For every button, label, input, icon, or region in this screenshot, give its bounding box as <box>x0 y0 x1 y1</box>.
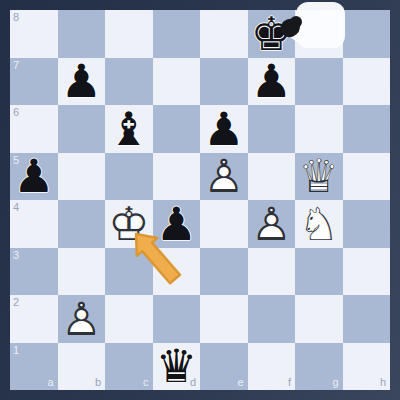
piece-ink: ♟ <box>58 58 106 106</box>
black-pawn[interactable]: ♟ <box>58 58 106 106</box>
piece-ink: ♛ <box>153 343 201 391</box>
rank-label-4: 4 <box>13 202 19 213</box>
black-pawn[interactable]: ♟ <box>200 105 248 153</box>
square-h5[interactable] <box>343 153 391 201</box>
square-h3[interactable] <box>343 248 391 296</box>
piece-ink: ♟ <box>10 153 58 201</box>
square-c4[interactable]: ♚♔ <box>105 200 153 248</box>
square-g2[interactable] <box>295 295 343 343</box>
black-pawn[interactable]: ♟ <box>153 200 201 248</box>
square-e3[interactable] <box>200 248 248 296</box>
square-d3[interactable] <box>153 248 201 296</box>
file-label-f: f <box>288 377 291 388</box>
square-h8[interactable] <box>343 10 391 58</box>
square-f7[interactable]: ♟ <box>248 58 296 106</box>
square-g5[interactable]: ♛♕ <box>295 153 343 201</box>
rank-label-3: 3 <box>13 250 19 261</box>
black-bishop[interactable]: ♝ <box>105 105 153 153</box>
white-knight[interactable]: ♞♘ <box>295 200 343 248</box>
square-b1[interactable]: b <box>58 343 106 391</box>
square-f6[interactable] <box>248 105 296 153</box>
piece-ink: ♟ <box>248 58 296 106</box>
file-label-g: g <box>332 377 338 388</box>
square-a2[interactable]: 2 <box>10 295 58 343</box>
square-e5[interactable]: ♟♙ <box>200 153 248 201</box>
square-g6[interactable] <box>295 105 343 153</box>
square-e8[interactable] <box>200 10 248 58</box>
black-pawn[interactable]: ♟ <box>10 153 58 201</box>
piece-outline: ♔ <box>105 200 153 248</box>
rank-label-1: 1 <box>13 345 19 356</box>
square-d2[interactable] <box>153 295 201 343</box>
square-h2[interactable] <box>343 295 391 343</box>
square-f2[interactable] <box>248 295 296 343</box>
white-pawn[interactable]: ♟♙ <box>200 153 248 201</box>
square-e7[interactable] <box>200 58 248 106</box>
piece-outline: ♕ <box>295 153 343 201</box>
square-c2[interactable] <box>105 295 153 343</box>
square-h6[interactable] <box>343 105 391 153</box>
square-h4[interactable] <box>343 200 391 248</box>
piece-ink: ♟ <box>153 200 201 248</box>
square-b8[interactable] <box>58 10 106 58</box>
black-pawn[interactable]: ♟ <box>248 58 296 106</box>
white-queen[interactable]: ♛♕ <box>295 153 343 201</box>
square-h7[interactable] <box>343 58 391 106</box>
square-f5[interactable] <box>248 153 296 201</box>
square-c6[interactable]: ♝ <box>105 105 153 153</box>
white-king[interactable]: ♚♔ <box>105 200 153 248</box>
piece-ink: ♟ <box>200 105 248 153</box>
piece-outline: ♙ <box>248 200 296 248</box>
square-e4[interactable] <box>200 200 248 248</box>
square-f3[interactable] <box>248 248 296 296</box>
piece-outline: ♘ <box>295 200 343 248</box>
rank-label-2: 2 <box>13 297 19 308</box>
square-e1[interactable]: e <box>200 343 248 391</box>
square-c5[interactable] <box>105 153 153 201</box>
square-e6[interactable]: ♟ <box>200 105 248 153</box>
square-a1[interactable]: 1a <box>10 343 58 391</box>
square-d5[interactable] <box>153 153 201 201</box>
square-d1[interactable]: d♛ <box>153 343 201 391</box>
rank-label-6: 6 <box>13 107 19 118</box>
square-c7[interactable] <box>105 58 153 106</box>
piece-outline: ♙ <box>200 153 248 201</box>
square-f1[interactable]: f <box>248 343 296 391</box>
piece-ink: ♝ <box>105 105 153 153</box>
file-label-a: a <box>47 377 53 388</box>
square-d6[interactable] <box>153 105 201 153</box>
square-g3[interactable] <box>295 248 343 296</box>
square-a5[interactable]: 5♟ <box>10 153 58 201</box>
black-queen[interactable]: ♛ <box>153 343 201 391</box>
square-d4[interactable]: ♟ <box>153 200 201 248</box>
square-b6[interactable] <box>58 105 106 153</box>
square-e2[interactable] <box>200 295 248 343</box>
square-b2[interactable]: ♟♙ <box>58 295 106 343</box>
hint-bubble <box>296 2 345 48</box>
square-a4[interactable]: 4 <box>10 200 58 248</box>
hint-bubble-tail <box>287 28 297 42</box>
square-h1[interactable]: h <box>343 343 391 391</box>
white-pawn[interactable]: ♟♙ <box>58 295 106 343</box>
piece-outline: ♙ <box>58 295 106 343</box>
square-a7[interactable]: 7 <box>10 58 58 106</box>
square-g4[interactable]: ♞♘ <box>295 200 343 248</box>
square-b5[interactable] <box>58 153 106 201</box>
square-g1[interactable]: g <box>295 343 343 391</box>
file-label-b: b <box>95 377 101 388</box>
white-pawn[interactable]: ♟♙ <box>248 200 296 248</box>
square-b4[interactable] <box>58 200 106 248</box>
square-c3[interactable] <box>105 248 153 296</box>
square-a8[interactable]: 8 <box>10 10 58 58</box>
rank-label-8: 8 <box>13 12 19 23</box>
chess-board: 8♚7♟♟6♝♟5♟♟♙♛♕4♚♔♟♟♙♞♘32♟♙1abcd♛efgh <box>10 10 390 390</box>
square-a3[interactable]: 3 <box>10 248 58 296</box>
square-d8[interactable] <box>153 10 201 58</box>
square-g7[interactable] <box>295 58 343 106</box>
file-label-e: e <box>237 377 243 388</box>
square-f4[interactable]: ♟♙ <box>248 200 296 248</box>
file-label-h: h <box>380 377 386 388</box>
rank-label-7: 7 <box>13 60 19 71</box>
square-c8[interactable] <box>105 10 153 58</box>
square-c1[interactable]: c <box>105 343 153 391</box>
square-b7[interactable]: ♟ <box>58 58 106 106</box>
square-d7[interactable] <box>153 58 201 106</box>
square-b3[interactable] <box>58 248 106 296</box>
square-a6[interactable]: 6 <box>10 105 58 153</box>
file-label-c: c <box>143 377 149 388</box>
